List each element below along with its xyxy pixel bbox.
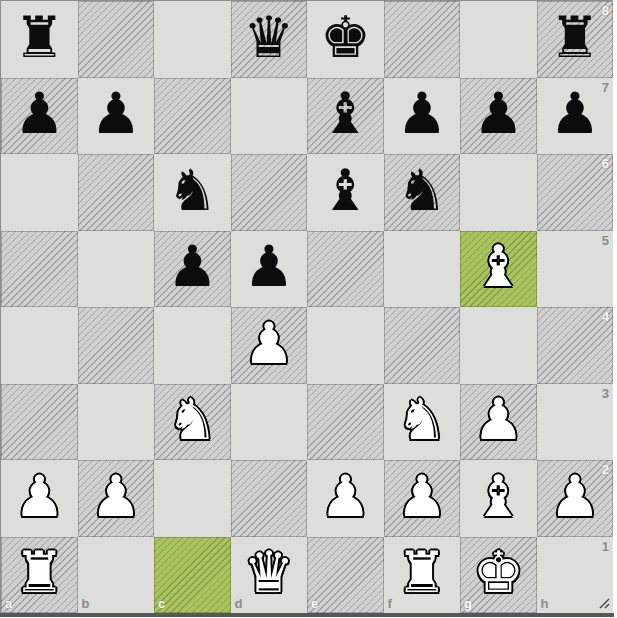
square-g2[interactable]: ♝ [460,460,537,537]
square-e6[interactable]: ♝ [307,154,384,231]
square-f2[interactable]: ♟ [384,460,461,537]
chess-board-container: ♜♛♚♜8♟♟♝♟♟♟7♞♝♞6♟♟♝5♟4♞♞♟3♟♟♟♟♝♟2♜abc♛de… [0,0,617,618]
coord-rank-8: 8 [602,4,609,17]
square-c4[interactable] [154,307,231,384]
piece-black-rook[interactable]: ♜ [549,9,600,66]
square-b5[interactable] [78,231,155,308]
square-c2[interactable] [154,460,231,537]
piece-black-pawn[interactable]: ♟ [90,85,141,142]
square-b4[interactable] [78,307,155,384]
piece-black-knight[interactable]: ♞ [167,162,218,219]
piece-white-pawn[interactable]: ♟ [90,468,141,525]
coord-rank-3: 3 [602,387,609,400]
square-f6[interactable]: ♞ [384,154,461,231]
square-h8[interactable]: ♜8 [537,1,614,78]
square-h3[interactable]: 3 [537,384,614,461]
square-d5[interactable]: ♟ [231,231,308,308]
square-f1[interactable]: ♜f [384,537,461,614]
piece-black-bishop[interactable]: ♝ [320,162,371,219]
piece-white-queen[interactable]: ♛ [243,544,294,601]
square-b1[interactable]: b [78,537,155,614]
coord-rank-5: 5 [602,234,609,247]
square-b8[interactable] [78,1,155,78]
piece-white-knight[interactable]: ♞ [167,391,218,448]
square-h2[interactable]: ♟2 [537,460,614,537]
square-a1[interactable]: ♜a [1,537,78,614]
piece-white-rook[interactable]: ♜ [14,544,65,601]
square-g4[interactable] [460,307,537,384]
square-f4[interactable] [384,307,461,384]
square-a7[interactable]: ♟ [1,78,78,155]
piece-white-bishop[interactable]: ♝ [473,238,524,295]
square-d7[interactable] [231,78,308,155]
piece-black-pawn[interactable]: ♟ [396,85,447,142]
square-e4[interactable] [307,307,384,384]
square-e3[interactable] [307,384,384,461]
piece-white-pawn[interactable]: ♟ [396,468,447,525]
piece-white-pawn[interactable]: ♟ [549,468,600,525]
piece-white-pawn[interactable]: ♟ [320,468,371,525]
square-g3[interactable]: ♟ [460,384,537,461]
square-a8[interactable]: ♜ [1,1,78,78]
square-c3[interactable]: ♞ [154,384,231,461]
square-d3[interactable] [231,384,308,461]
coord-file-b: b [82,597,90,610]
piece-black-pawn[interactable]: ♟ [473,85,524,142]
square-b7[interactable]: ♟ [78,78,155,155]
piece-black-bishop[interactable]: ♝ [320,85,371,142]
square-e7[interactable]: ♝ [307,78,384,155]
coord-rank-2: 2 [602,463,609,476]
square-d8[interactable]: ♛ [231,1,308,78]
square-g7[interactable]: ♟ [460,78,537,155]
square-e1[interactable]: e [307,537,384,614]
square-h4[interactable]: 4 [537,307,614,384]
coord-file-c: c [158,597,165,610]
coord-file-g: g [464,597,472,610]
square-h5[interactable]: 5 [537,231,614,308]
square-a6[interactable] [1,154,78,231]
piece-white-king[interactable]: ♚ [473,544,524,601]
piece-white-pawn[interactable]: ♟ [473,391,524,448]
square-h6[interactable]: 6 [537,154,614,231]
square-c8[interactable] [154,1,231,78]
square-a3[interactable] [1,384,78,461]
square-g6[interactable] [460,154,537,231]
square-e8[interactable]: ♚ [307,1,384,78]
piece-white-rook[interactable]: ♜ [396,544,447,601]
square-a2[interactable]: ♟ [1,460,78,537]
piece-black-knight[interactable]: ♞ [396,162,447,219]
piece-black-pawn[interactable]: ♟ [14,85,65,142]
piece-white-pawn[interactable]: ♟ [243,315,294,372]
square-b6[interactable] [78,154,155,231]
square-d1[interactable]: ♛d [231,537,308,614]
square-c5[interactable]: ♟ [154,231,231,308]
square-c1[interactable]: c [154,537,231,614]
square-g1[interactable]: ♚g [460,537,537,614]
square-f5[interactable] [384,231,461,308]
square-f7[interactable]: ♟ [384,78,461,155]
piece-black-pawn[interactable]: ♟ [549,85,600,142]
coord-file-f: f [388,597,392,610]
square-d2[interactable] [231,460,308,537]
piece-white-bishop[interactable]: ♝ [473,468,524,525]
square-f8[interactable] [384,1,461,78]
chess-board[interactable]: ♜♛♚♜8♟♟♝♟♟♟7♞♝♞6♟♟♝5♟4♞♞♟3♟♟♟♟♝♟2♜abc♛de… [0,0,613,613]
piece-black-pawn[interactable]: ♟ [167,238,218,295]
coord-file-e: e [311,597,318,610]
square-a5[interactable] [1,231,78,308]
piece-white-knight[interactable]: ♞ [396,391,447,448]
piece-black-queen[interactable]: ♛ [243,9,294,66]
square-a4[interactable] [1,307,78,384]
piece-black-rook[interactable]: ♜ [14,9,65,66]
square-c6[interactable]: ♞ [154,154,231,231]
coord-file-h: h [541,597,549,610]
coord-rank-4: 4 [602,310,609,323]
coord-rank-1: 1 [602,540,609,553]
square-b3[interactable] [78,384,155,461]
square-d6[interactable] [231,154,308,231]
square-h7[interactable]: ♟7 [537,78,614,155]
square-c7[interactable] [154,78,231,155]
piece-black-king[interactable]: ♚ [320,9,371,66]
square-d4[interactable]: ♟ [231,307,308,384]
coord-rank-6: 6 [602,157,609,170]
piece-white-pawn[interactable]: ♟ [14,468,65,525]
square-e5[interactable] [307,231,384,308]
square-b2[interactable]: ♟ [78,460,155,537]
board-resize-handle-icon[interactable] [597,596,611,610]
coord-file-a: a [5,597,12,610]
square-g5[interactable]: ♝ [460,231,537,308]
square-g8[interactable] [460,1,537,78]
square-e2[interactable]: ♟ [307,460,384,537]
square-h1[interactable]: 1h [537,537,614,614]
piece-black-pawn[interactable]: ♟ [243,238,294,295]
coord-rank-7: 7 [602,81,609,94]
coord-file-d: d [235,597,243,610]
board-bottom-edge [0,613,614,617]
square-f3[interactable]: ♞ [384,384,461,461]
